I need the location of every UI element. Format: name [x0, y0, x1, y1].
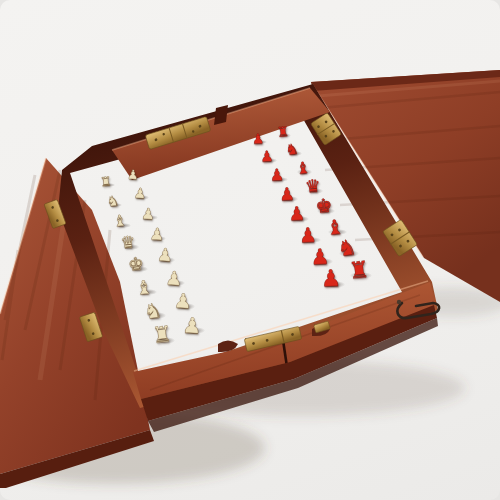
piece-white-pawn[interactable]: ♟ [192, 332, 211, 353]
piece-red-pawn[interactable]: ♟ [331, 285, 351, 308]
pieces-layer: ♜♟♟♜♞♟♟♞♝♟♟♝♛♟♟♛♚♟♟♚♝♟♟♝♞♟♟♞♜♟♟♜ [0, 0, 500, 500]
travel-chess-box-photo: ♜♟♟♜♞♟♟♞♝♟♟♝♛♟♟♛♚♟♟♚♝♟♟♝♞♟♟♞♜♟♟♜ [0, 0, 500, 500]
piece-white-rook[interactable]: ♜ [162, 341, 181, 362]
piece-red-rook[interactable]: ♜ [359, 277, 379, 300]
